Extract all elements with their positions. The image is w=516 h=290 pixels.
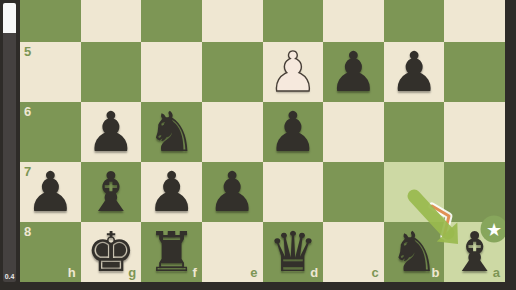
square-e5[interactable] [202,42,263,102]
square-c7[interactable] [323,162,384,222]
square-e7[interactable]: ♟ [202,162,263,222]
square-b8[interactable]: b♞ [384,222,445,282]
square-h8[interactable]: 8h [20,222,81,282]
square-d4[interactable] [263,0,324,42]
rank-label-6: 6 [24,105,31,118]
piece-black-pawn-d6[interactable]: ♟ [263,102,324,162]
square-e8[interactable]: e [202,222,263,282]
square-a6[interactable] [444,102,505,162]
file-label-c: c [372,266,379,279]
square-g8[interactable]: g♚ [81,222,142,282]
piece-black-pawn-c5[interactable]: ♟ [323,42,384,102]
board-grid: 45♟♟♟6♟♞♟7♟♝♟♟8hg♚f♜ed♛cb♞a♝ [20,0,505,282]
square-c4[interactable] [323,0,384,42]
square-g6[interactable]: ♟ [81,102,142,162]
square-g5[interactable] [81,42,142,102]
piece-black-pawn-f7[interactable]: ♟ [141,162,202,222]
eval-score: 0.4 [3,273,16,280]
square-d5[interactable]: ♟ [263,42,324,102]
square-d6[interactable]: ♟ [263,102,324,162]
square-e4[interactable] [202,0,263,42]
piece-white-pawn-d5[interactable]: ♟ [263,42,324,102]
square-e6[interactable] [202,102,263,162]
piece-black-king-g8[interactable]: ♚ [81,222,142,282]
piece-black-bishop-g7[interactable]: ♝ [81,162,142,222]
piece-black-pawn-h7[interactable]: ♟ [20,162,81,222]
square-a4[interactable] [444,0,505,42]
square-b5[interactable]: ♟ [384,42,445,102]
piece-black-rook-f8[interactable]: ♜ [141,222,202,282]
piece-black-bishop-a8[interactable]: ♝ [444,222,505,282]
eval-bar-white-segment [3,3,16,33]
square-h5[interactable]: 5 [20,42,81,102]
square-a5[interactable] [444,42,505,102]
piece-black-knight-b8[interactable]: ♞ [384,222,445,282]
square-c5[interactable]: ♟ [323,42,384,102]
square-c6[interactable] [323,102,384,162]
square-b7[interactable] [384,162,445,222]
square-g4[interactable] [81,0,142,42]
square-f5[interactable] [141,42,202,102]
square-d8[interactable]: d♛ [263,222,324,282]
square-a7[interactable] [444,162,505,222]
square-h6[interactable]: 6 [20,102,81,162]
piece-black-pawn-e7[interactable]: ♟ [202,162,263,222]
video-frame: 0.4 45♟♟♟6♟♞♟7♟♝♟♟8hg♚f♜ed♛cb♞a♝ ★ [0,0,516,290]
square-f7[interactable]: ♟ [141,162,202,222]
piece-black-queen-d8[interactable]: ♛ [263,222,324,282]
rank-label-5: 5 [24,45,31,58]
piece-black-pawn-g6[interactable]: ♟ [81,102,142,162]
file-label-e: e [250,266,257,279]
square-b6[interactable] [384,102,445,162]
eval-bar: 0.4 [3,3,16,282]
piece-black-pawn-b5[interactable]: ♟ [384,42,445,102]
chess-board[interactable]: 45♟♟♟6♟♞♟7♟♝♟♟8hg♚f♜ed♛cb♞a♝ ★ [20,0,505,282]
square-h7[interactable]: 7♟ [20,162,81,222]
square-f4[interactable] [141,0,202,42]
piece-black-knight-f6[interactable]: ♞ [141,102,202,162]
square-b4[interactable] [384,0,445,42]
square-c8[interactable]: c [323,222,384,282]
file-label-h: h [68,266,76,279]
square-a8[interactable]: a♝ [444,222,505,282]
square-f8[interactable]: f♜ [141,222,202,282]
square-f6[interactable]: ♞ [141,102,202,162]
rank-label-8: 8 [24,225,31,238]
square-g7[interactable]: ♝ [81,162,142,222]
square-h4[interactable]: 4 [20,0,81,42]
square-d7[interactable] [263,162,324,222]
